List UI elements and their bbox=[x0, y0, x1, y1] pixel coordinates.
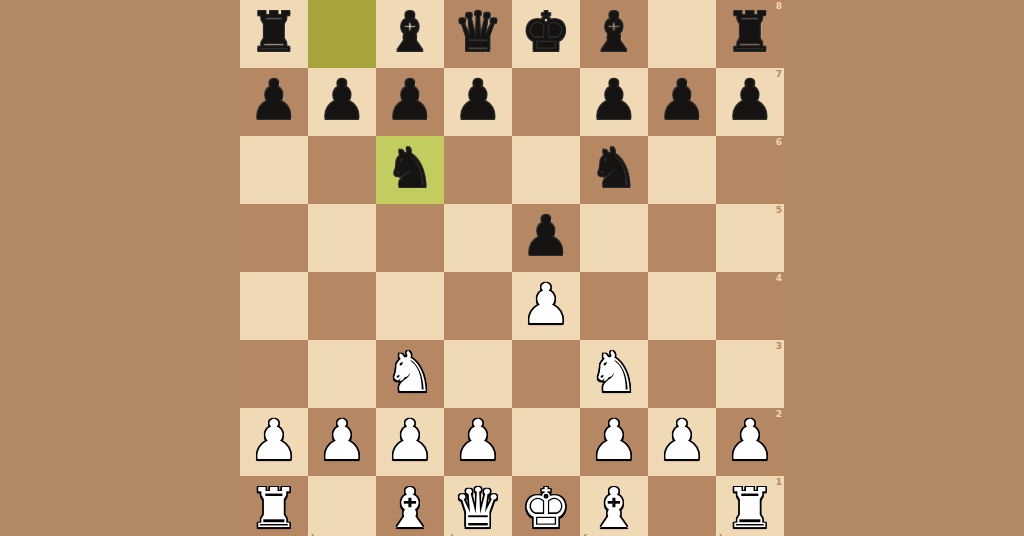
black-rook[interactable]: ♜ bbox=[716, 0, 784, 68]
square-g1[interactable]: g bbox=[648, 476, 716, 536]
black-pawn[interactable]: ♟ bbox=[716, 68, 784, 136]
square-b1[interactable]: b bbox=[308, 476, 376, 536]
square-e3[interactable] bbox=[512, 340, 580, 408]
square-b2[interactable]: ♟ bbox=[308, 408, 376, 476]
square-a2[interactable]: ♟ bbox=[240, 408, 308, 476]
square-h8[interactable]: ♜8 bbox=[716, 0, 784, 68]
white-pawn[interactable]: ♟ bbox=[716, 408, 784, 476]
white-pawn[interactable]: ♟ bbox=[308, 408, 376, 476]
square-d2[interactable]: ♟ bbox=[444, 408, 512, 476]
white-knight[interactable]: ♞ bbox=[580, 340, 648, 408]
square-a7[interactable]: ♟ bbox=[240, 68, 308, 136]
white-rook[interactable]: ♜ bbox=[716, 476, 784, 536]
square-f1[interactable]: ♝f bbox=[580, 476, 648, 536]
square-e6[interactable] bbox=[512, 136, 580, 204]
page-background: ♜♝♛♚♝♜8♟♟♟♟♟♟♟7♞♞6♟5♟4♞♞3♟♟♟♟♟♟♟2♜ab♝c♛d… bbox=[0, 0, 1024, 536]
square-c5[interactable] bbox=[376, 204, 444, 272]
square-f6[interactable]: ♞ bbox=[580, 136, 648, 204]
square-f5[interactable] bbox=[580, 204, 648, 272]
square-f8[interactable]: ♝ bbox=[580, 0, 648, 68]
white-pawn[interactable]: ♟ bbox=[648, 408, 716, 476]
square-e2[interactable] bbox=[512, 408, 580, 476]
black-pawn[interactable]: ♟ bbox=[580, 68, 648, 136]
black-queen[interactable]: ♛ bbox=[444, 0, 512, 68]
coordinate-rank-4: 4 bbox=[776, 274, 782, 283]
square-g6[interactable] bbox=[648, 136, 716, 204]
chess-board[interactable]: ♜♝♛♚♝♜8♟♟♟♟♟♟♟7♞♞6♟5♟4♞♞3♟♟♟♟♟♟♟2♜ab♝c♛d… bbox=[240, 0, 784, 536]
black-pawn[interactable]: ♟ bbox=[308, 68, 376, 136]
square-f7[interactable]: ♟ bbox=[580, 68, 648, 136]
square-b8[interactable] bbox=[308, 0, 376, 68]
square-e5[interactable]: ♟ bbox=[512, 204, 580, 272]
square-a3[interactable] bbox=[240, 340, 308, 408]
square-a5[interactable] bbox=[240, 204, 308, 272]
black-pawn[interactable]: ♟ bbox=[376, 68, 444, 136]
square-e7[interactable] bbox=[512, 68, 580, 136]
square-g8[interactable] bbox=[648, 0, 716, 68]
square-a6[interactable] bbox=[240, 136, 308, 204]
white-knight[interactable]: ♞ bbox=[376, 340, 444, 408]
square-g3[interactable] bbox=[648, 340, 716, 408]
black-bishop[interactable]: ♝ bbox=[580, 0, 648, 68]
square-b4[interactable] bbox=[308, 272, 376, 340]
square-c6[interactable]: ♞ bbox=[376, 136, 444, 204]
white-pawn[interactable]: ♟ bbox=[240, 408, 308, 476]
square-d4[interactable] bbox=[444, 272, 512, 340]
white-rook[interactable]: ♜ bbox=[240, 476, 308, 536]
black-pawn[interactable]: ♟ bbox=[444, 68, 512, 136]
black-rook[interactable]: ♜ bbox=[240, 0, 308, 68]
black-pawn[interactable]: ♟ bbox=[240, 68, 308, 136]
square-h3[interactable]: 3 bbox=[716, 340, 784, 408]
square-c2[interactable]: ♟ bbox=[376, 408, 444, 476]
square-c4[interactable] bbox=[376, 272, 444, 340]
square-d3[interactable] bbox=[444, 340, 512, 408]
white-bishop[interactable]: ♝ bbox=[376, 476, 444, 536]
black-knight[interactable]: ♞ bbox=[376, 136, 444, 204]
square-h7[interactable]: ♟7 bbox=[716, 68, 784, 136]
square-f3[interactable]: ♞ bbox=[580, 340, 648, 408]
white-bishop[interactable]: ♝ bbox=[580, 476, 648, 536]
square-h5[interactable]: 5 bbox=[716, 204, 784, 272]
white-pawn[interactable]: ♟ bbox=[376, 408, 444, 476]
coordinate-rank-5: 5 bbox=[776, 206, 782, 215]
black-pawn[interactable]: ♟ bbox=[648, 68, 716, 136]
coordinate-rank-3: 3 bbox=[776, 342, 782, 351]
white-pawn[interactable]: ♟ bbox=[444, 408, 512, 476]
square-d1[interactable]: ♛d bbox=[444, 476, 512, 536]
white-king[interactable]: ♚ bbox=[512, 476, 580, 536]
square-g2[interactable]: ♟ bbox=[648, 408, 716, 476]
square-g4[interactable] bbox=[648, 272, 716, 340]
square-a4[interactable] bbox=[240, 272, 308, 340]
square-e4[interactable]: ♟ bbox=[512, 272, 580, 340]
black-king[interactable]: ♚ bbox=[512, 0, 580, 68]
square-b6[interactable] bbox=[308, 136, 376, 204]
square-c7[interactable]: ♟ bbox=[376, 68, 444, 136]
square-d6[interactable] bbox=[444, 136, 512, 204]
square-h2[interactable]: ♟2 bbox=[716, 408, 784, 476]
white-pawn[interactable]: ♟ bbox=[580, 408, 648, 476]
square-g5[interactable] bbox=[648, 204, 716, 272]
black-knight[interactable]: ♞ bbox=[580, 136, 648, 204]
square-a8[interactable]: ♜ bbox=[240, 0, 308, 68]
coordinate-rank-6: 6 bbox=[776, 138, 782, 147]
white-queen[interactable]: ♛ bbox=[444, 476, 512, 536]
square-e1[interactable]: ♚e bbox=[512, 476, 580, 536]
square-d5[interactable] bbox=[444, 204, 512, 272]
square-a1[interactable]: ♜a bbox=[240, 476, 308, 536]
square-b3[interactable] bbox=[308, 340, 376, 408]
square-h1[interactable]: ♜1h bbox=[716, 476, 784, 536]
square-f4[interactable] bbox=[580, 272, 648, 340]
square-e8[interactable]: ♚ bbox=[512, 0, 580, 68]
black-bishop[interactable]: ♝ bbox=[376, 0, 444, 68]
square-h6[interactable]: 6 bbox=[716, 136, 784, 204]
square-d8[interactable]: ♛ bbox=[444, 0, 512, 68]
square-b5[interactable] bbox=[308, 204, 376, 272]
square-h4[interactable]: 4 bbox=[716, 272, 784, 340]
square-b7[interactable]: ♟ bbox=[308, 68, 376, 136]
square-d7[interactable]: ♟ bbox=[444, 68, 512, 136]
square-c1[interactable]: ♝c bbox=[376, 476, 444, 536]
square-c8[interactable]: ♝ bbox=[376, 0, 444, 68]
black-pawn[interactable]: ♟ bbox=[512, 204, 580, 272]
white-pawn[interactable]: ♟ bbox=[512, 272, 580, 340]
square-g7[interactable]: ♟ bbox=[648, 68, 716, 136]
square-f2[interactable]: ♟ bbox=[580, 408, 648, 476]
square-c3[interactable]: ♞ bbox=[376, 340, 444, 408]
